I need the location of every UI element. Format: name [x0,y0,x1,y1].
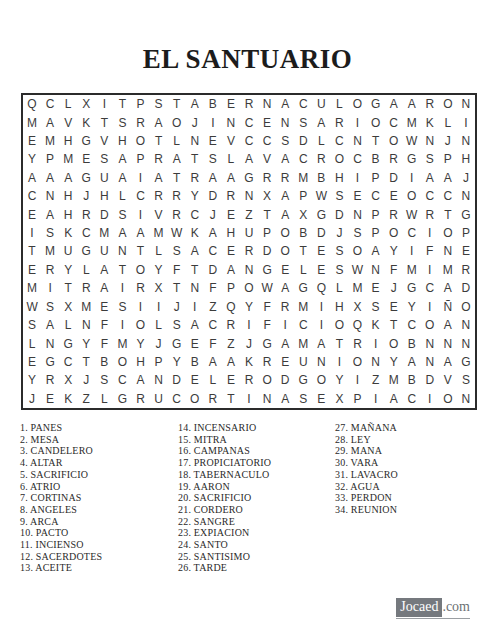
grid-cell[interactable]: T [385,316,403,334]
grid-cell[interactable]: N [41,334,59,352]
grid-cell[interactable]: O [276,224,294,242]
grid-cell[interactable]: C [240,132,258,150]
grid-cell[interactable]: I [421,390,439,408]
grid-cell[interactable]: N [240,261,258,279]
grid-cell[interactable]: K [59,390,77,408]
grid-cell[interactable]: A [439,353,457,371]
grid-cell[interactable]: O [113,353,131,371]
grid-cell[interactable]: L [330,279,348,297]
grid-cell[interactable]: T [222,390,240,408]
grid-cell[interactable]: C [403,224,421,242]
grid-cell[interactable]: O [330,316,348,334]
grid-cell[interactable]: U [95,242,113,260]
grid-cell[interactable]: V [95,132,113,150]
grid-cell[interactable]: P [367,224,385,242]
grid-cell[interactable]: N [367,353,385,371]
grid-cell[interactable]: J [457,169,475,187]
grid-cell[interactable]: N [457,334,475,352]
grid-cell[interactable]: M [23,113,41,131]
grid-cell[interactable]: P [294,187,312,205]
grid-cell[interactable]: W [348,261,366,279]
grid-cell[interactable]: E [367,279,385,297]
grid-cell[interactable]: E [385,187,403,205]
grid-cell[interactable]: I [23,224,41,242]
grid-cell[interactable]: H [457,150,475,168]
grid-cell[interactable]: Y [186,187,204,205]
grid-cell[interactable]: Z [204,298,222,316]
grid-cell[interactable]: L [59,316,77,334]
grid-cell[interactable]: M [294,169,312,187]
grid-cell[interactable]: H [59,205,77,223]
grid-cell[interactable]: I [131,169,149,187]
grid-cell[interactable]: G [240,169,258,187]
grid-cell[interactable]: P [457,224,475,242]
grid-cell[interactable]: P [367,169,385,187]
grid-cell[interactable]: L [150,242,168,260]
grid-cell[interactable]: E [204,132,222,150]
grid-cell[interactable]: E [186,371,204,389]
grid-cell[interactable]: E [95,298,113,316]
grid-cell[interactable]: Y [385,353,403,371]
grid-cell[interactable]: W [258,279,276,297]
grid-cell[interactable]: R [258,353,276,371]
grid-cell[interactable]: U [95,169,113,187]
grid-cell[interactable]: A [95,279,113,297]
grid-cell[interactable]: A [222,261,240,279]
grid-cell[interactable]: S [348,224,366,242]
grid-cell[interactable]: S [330,187,348,205]
grid-cell[interactable]: R [457,261,475,279]
grid-cell[interactable]: Q [312,279,330,297]
grid-cell[interactable]: T [294,242,312,260]
grid-cell[interactable]: I [131,205,149,223]
grid-cell[interactable]: D [294,132,312,150]
grid-cell[interactable]: Ñ [439,298,457,316]
grid-cell[interactable]: A [439,169,457,187]
brand-logo[interactable]: Jocaed.com [396,597,470,619]
grid-cell[interactable]: A [113,169,131,187]
grid-cell[interactable]: H [59,187,77,205]
grid-cell[interactable]: N [457,187,475,205]
grid-cell[interactable]: C [258,132,276,150]
grid-cell[interactable]: C [186,205,204,223]
grid-cell[interactable]: I [95,95,113,113]
grid-cell[interactable]: Y [330,371,348,389]
grid-cell[interactable]: C [294,95,312,113]
grid-cell[interactable]: A [131,371,149,389]
grid-cell[interactable]: U [240,224,258,242]
grid-cell[interactable]: X [348,298,366,316]
grid-cell[interactable]: H [95,187,113,205]
grid-cell[interactable]: O [439,224,457,242]
grid-cell[interactable]: I [421,298,439,316]
grid-cell[interactable]: S [168,316,186,334]
grid-cell[interactable]: R [385,150,403,168]
grid-cell[interactable]: C [348,150,366,168]
grid-cell[interactable]: R [168,187,186,205]
grid-cell[interactable]: J [77,187,95,205]
grid-cell[interactable]: B [95,353,113,371]
grid-cell[interactable]: N [348,132,366,150]
grid-cell[interactable]: O [131,261,149,279]
grid-cell[interactable]: I [186,298,204,316]
grid-cell[interactable]: T [186,261,204,279]
grid-cell[interactable]: N [113,242,131,260]
grid-cell[interactable]: T [77,353,95,371]
grid-cell[interactable]: F [258,298,276,316]
grid-cell[interactable]: A [222,353,240,371]
grid-cell[interactable]: E [385,298,403,316]
grid-cell[interactable]: O [276,242,294,260]
grid-cell[interactable]: H [222,224,240,242]
grid-cell[interactable]: N [41,187,59,205]
grid-cell[interactable]: L [312,132,330,150]
grid-cell[interactable]: L [23,334,41,352]
grid-cell[interactable]: C [294,150,312,168]
grid-cell[interactable]: C [113,371,131,389]
grid-cell[interactable]: A [95,261,113,279]
grid-cell[interactable]: E [222,371,240,389]
grid-cell[interactable]: B [403,334,421,352]
grid-cell[interactable]: L [294,261,312,279]
grid-cell[interactable]: E [186,334,204,352]
grid-cell[interactable]: G [403,279,421,297]
grid-cell[interactable]: F [95,334,113,352]
grid-cell[interactable]: S [294,113,312,131]
grid-cell[interactable]: J [240,334,258,352]
grid-cell[interactable]: T [59,279,77,297]
grid-cell[interactable]: P [131,150,149,168]
grid-cell[interactable]: X [258,187,276,205]
grid-cell[interactable]: I [348,371,366,389]
grid-cell[interactable]: A [204,224,222,242]
grid-cell[interactable]: S [95,371,113,389]
grid-cell[interactable]: E [222,205,240,223]
grid-cell[interactable]: R [204,390,222,408]
grid-cell[interactable]: S [330,242,348,260]
grid-cell[interactable]: E [41,390,59,408]
grid-cell[interactable]: Z [77,390,95,408]
grid-cell[interactable]: D [312,224,330,242]
grid-cell[interactable]: R [150,150,168,168]
grid-cell[interactable]: P [150,353,168,371]
grid-cell[interactable]: M [385,371,403,389]
grid-cell[interactable]: S [113,298,131,316]
grid-cell[interactable]: E [348,187,366,205]
grid-cell[interactable]: D [258,242,276,260]
grid-cell[interactable]: G [77,169,95,187]
grid-cell[interactable]: T [439,205,457,223]
grid-cell[interactable]: I [131,298,149,316]
grid-cell[interactable]: W [23,298,41,316]
grid-cell[interactable]: M [95,224,113,242]
grid-cell[interactable]: B [312,169,330,187]
grid-cell[interactable]: N [457,95,475,113]
grid-cell[interactable]: R [77,279,95,297]
grid-cell[interactable]: A [312,113,330,131]
grid-cell[interactable]: L [222,150,240,168]
grid-cell[interactable]: E [23,132,41,150]
grid-cell[interactable]: O [258,371,276,389]
grid-cell[interactable]: T [95,113,113,131]
grid-cell[interactable]: R [131,390,149,408]
grid-cell[interactable]: M [348,279,366,297]
grid-cell[interactable]: C [41,95,59,113]
grid-cell[interactable]: R [240,242,258,260]
grid-cell[interactable]: I [348,169,366,187]
grid-cell[interactable]: T [23,242,41,260]
grid-cell[interactable]: T [168,279,186,297]
grid-cell[interactable]: M [77,298,95,316]
grid-cell[interactable]: R [77,205,95,223]
grid-cell[interactable]: N [348,205,366,223]
grid-cell[interactable]: I [367,390,385,408]
grid-cell[interactable]: Y [403,298,421,316]
grid-cell[interactable]: R [258,169,276,187]
grid-cell[interactable]: M [41,132,59,150]
grid-cell[interactable]: H [330,298,348,316]
grid-cell[interactable]: Y [150,261,168,279]
grid-cell[interactable]: L [204,371,222,389]
grid-cell[interactable]: R [131,279,149,297]
grid-cell[interactable]: G [294,279,312,297]
grid-cell[interactable]: T [258,205,276,223]
grid-cell[interactable]: Y [240,298,258,316]
grid-cell[interactable]: V [439,371,457,389]
grid-cell[interactable]: E [312,242,330,260]
grid-cell[interactable]: E [276,261,294,279]
grid-cell[interactable]: A [312,334,330,352]
grid-cell[interactable]: C [385,113,403,131]
grid-cell[interactable]: S [41,224,59,242]
grid-cell[interactable]: L [77,261,95,279]
grid-cell[interactable]: A [385,95,403,113]
grid-cell[interactable]: R [168,205,186,223]
grid-cell[interactable]: G [113,390,131,408]
grid-cell[interactable]: E [23,205,41,223]
grid-cell[interactable]: I [113,279,131,297]
grid-cell[interactable]: I [457,113,475,131]
grid-cell[interactable]: N [258,390,276,408]
grid-cell[interactable]: J [168,298,186,316]
grid-cell[interactable]: W [403,205,421,223]
grid-cell[interactable]: R [385,205,403,223]
grid-cell[interactable]: I [348,113,366,131]
grid-cell[interactable]: A [385,390,403,408]
grid-cell[interactable]: P [439,150,457,168]
grid-cell[interactable]: D [276,371,294,389]
grid-cell[interactable]: A [168,150,186,168]
grid-cell[interactable]: U [150,390,168,408]
grid-cell[interactable]: A [222,169,240,187]
grid-cell[interactable]: J [330,224,348,242]
grid-cell[interactable]: O [330,150,348,168]
grid-cell[interactable]: R [240,371,258,389]
grid-cell[interactable]: F [204,279,222,297]
grid-cell[interactable]: B [294,224,312,242]
grid-cell[interactable]: R [131,113,149,131]
grid-cell[interactable]: O [240,279,258,297]
grid-cell[interactable]: N [276,113,294,131]
grid-cell[interactable]: C [77,224,95,242]
grid-cell[interactable]: L [59,95,77,113]
grid-cell[interactable]: R [222,316,240,334]
grid-cell[interactable]: N [421,334,439,352]
grid-cell[interactable]: T [330,334,348,352]
grid-cell[interactable]: I [330,353,348,371]
grid-cell[interactable]: P [41,150,59,168]
grid-cell[interactable]: Y [77,334,95,352]
grid-cell[interactable]: F [385,261,403,279]
grid-cell[interactable]: A [41,169,59,187]
grid-cell[interactable]: C [204,242,222,260]
grid-cell[interactable]: I [403,169,421,187]
grid-cell[interactable]: H [131,353,149,371]
grid-cell[interactable]: L [113,187,131,205]
grid-cell[interactable]: C [403,316,421,334]
grid-cell[interactable]: O [131,132,149,150]
grid-cell[interactable]: O [439,95,457,113]
grid-cell[interactable]: J [204,205,222,223]
grid-cell[interactable]: G [77,132,95,150]
grid-cell[interactable]: O [348,353,366,371]
grid-cell[interactable]: G [258,334,276,352]
grid-cell[interactable]: S [367,298,385,316]
grid-cell[interactable]: N [457,132,475,150]
grid-cell[interactable]: I [367,334,385,352]
grid-cell[interactable]: D [421,371,439,389]
grid-cell[interactable]: A [276,390,294,408]
grid-cell[interactable]: H [59,132,77,150]
grid-cell[interactable]: M [403,261,421,279]
grid-cell[interactable]: A [403,95,421,113]
grid-cell[interactable]: A [186,95,204,113]
grid-cell[interactable]: O [348,95,366,113]
grid-cell[interactable]: K [186,224,204,242]
grid-cell[interactable]: J [385,279,403,297]
grid-cell[interactable]: D [385,169,403,187]
grid-cell[interactable]: R [186,169,204,187]
grid-cell[interactable]: C [204,316,222,334]
grid-cell[interactable]: K [240,353,258,371]
grid-cell[interactable]: X [294,205,312,223]
grid-cell[interactable]: R [330,113,348,131]
grid-cell[interactable]: Q [348,316,366,334]
grid-cell[interactable]: T [131,242,149,260]
grid-cell[interactable]: L [439,113,457,131]
grid-cell[interactable]: N [222,113,240,131]
grid-cell[interactable]: O [385,224,403,242]
grid-cell[interactable]: A [367,242,385,260]
grid-cell[interactable]: A [276,279,294,297]
grid-cell[interactable]: O [168,113,186,131]
grid-cell[interactable]: X [59,298,77,316]
grid-cell[interactable]: O [312,371,330,389]
grid-cell[interactable]: M [150,224,168,242]
grid-cell[interactable]: E [23,353,41,371]
grid-cell[interactable]: I [312,316,330,334]
grid-cell[interactable]: I [113,316,131,334]
grid-cell[interactable]: X [59,371,77,389]
grid-cell[interactable]: O [457,298,475,316]
grid-cell[interactable]: N [258,95,276,113]
grid-cell[interactable]: R [222,187,240,205]
grid-cell[interactable]: A [131,224,149,242]
grid-cell[interactable]: R [276,169,294,187]
grid-cell[interactable]: I [421,224,439,242]
grid-cell[interactable]: J [150,334,168,352]
grid-cell[interactable]: T [113,95,131,113]
grid-cell[interactable]: M [294,334,312,352]
grid-cell[interactable]: M [403,113,421,131]
grid-cell[interactable]: I [403,242,421,260]
grid-cell[interactable]: V [222,132,240,150]
grid-cell[interactable]: T [186,150,204,168]
grid-cell[interactable]: V [150,205,168,223]
grid-cell[interactable]: S [330,261,348,279]
grid-cell[interactable]: C [23,187,41,205]
grid-cell[interactable]: R [276,298,294,316]
grid-cell[interactable]: V [258,150,276,168]
grid-cell[interactable]: S [23,316,41,334]
grid-cell[interactable]: K [421,113,439,131]
grid-cell[interactable]: B [403,371,421,389]
grid-cell[interactable]: Y [23,150,41,168]
grid-cell[interactable]: K [77,113,95,131]
grid-cell[interactable]: D [168,371,186,389]
grid-cell[interactable]: T [168,95,186,113]
grid-cell[interactable]: A [276,95,294,113]
grid-cell[interactable]: S [95,150,113,168]
grid-cell[interactable]: G [457,353,475,371]
grid-cell[interactable]: G [168,334,186,352]
grid-cell[interactable]: S [421,150,439,168]
grid-cell[interactable]: N [186,279,204,297]
grid-cell[interactable]: C [131,187,149,205]
grid-cell[interactable]: S [457,371,475,389]
grid-cell[interactable]: A [41,205,59,223]
grid-cell[interactable]: R [421,95,439,113]
grid-cell[interactable]: E [312,390,330,408]
grid-cell[interactable]: A [186,316,204,334]
grid-cell[interactable]: S [276,132,294,150]
grid-cell[interactable]: A [186,242,204,260]
grid-cell[interactable]: N [312,353,330,371]
grid-cell[interactable]: C [240,113,258,131]
grid-cell[interactable]: G [457,205,475,223]
grid-cell[interactable]: Z [240,205,258,223]
grid-cell[interactable]: P [222,279,240,297]
grid-cell[interactable]: J [439,132,457,150]
grid-cell[interactable]: G [367,95,385,113]
grid-cell[interactable]: M [439,261,457,279]
grid-cell[interactable]: B [186,353,204,371]
grid-cell[interactable]: R [240,95,258,113]
grid-cell[interactable]: A [276,205,294,223]
grid-cell[interactable]: L [150,316,168,334]
grid-cell[interactable]: A [204,353,222,371]
grid-cell[interactable]: S [113,113,131,131]
grid-cell[interactable]: A [276,334,294,352]
grid-cell[interactable]: Q [23,95,41,113]
grid-cell[interactable]: F [168,261,186,279]
grid-cell[interactable]: L [168,132,186,150]
grid-cell[interactable]: L [95,390,113,408]
grid-cell[interactable]: M [59,150,77,168]
grid-cell[interactable]: A [421,169,439,187]
grid-cell[interactable]: A [113,150,131,168]
grid-cell[interactable]: R [41,371,59,389]
